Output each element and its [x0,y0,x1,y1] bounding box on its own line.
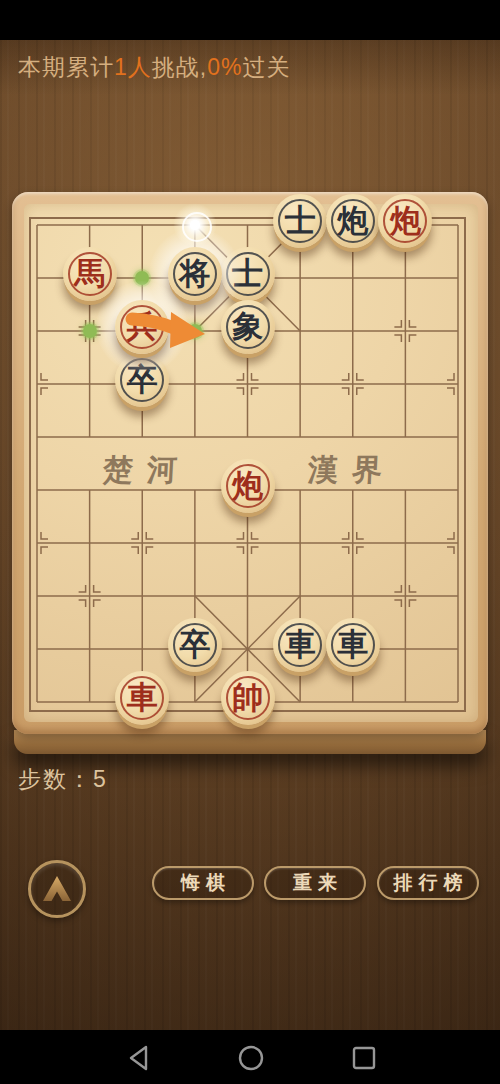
piece-character: 象 [232,311,263,342]
piece-character: 卒 [127,364,158,395]
piece-character: 卒 [179,629,210,660]
stats-text-3: 过关 [242,52,290,83]
sparkle-dot [190,220,200,230]
piece-character: 帥 [232,682,263,713]
expand-button[interactable] [28,860,86,918]
piece-車[interactable]: 車 [273,618,327,672]
undo-button[interactable]: 悔棋 [152,866,254,900]
piece-character: 車 [285,629,316,660]
android-navbar: Bai du 经验 jingyan.baidu.com [0,1030,500,1084]
piece-炮[interactable]: 炮 [326,194,380,248]
arrow-up-icon [40,873,74,905]
piece-character: 炮 [232,470,263,501]
piece-character: 士 [232,258,263,289]
piece-卒[interactable]: 卒 [115,353,169,407]
piece-卒[interactable]: 卒 [168,618,222,672]
piece-炮[interactable]: 炮 [221,459,275,513]
piece-character: 馬 [74,258,105,289]
status-bar [0,0,500,40]
piece-character: 車 [337,629,368,660]
piece-将[interactable]: 将 [168,247,222,301]
piece-character: 炮 [337,205,368,236]
stats-count: 1人 [114,52,152,83]
app-screen: 本期累计 1人 挑战, 0% 过关 楚河 漢界 士炮炮馬将士兵象卒炮卒車車車帥 … [0,0,500,1084]
piece-character: 将 [179,258,210,289]
recents-icon[interactable] [350,1044,378,1072]
stats-pass-rate: 0% [207,54,242,81]
challenge-stats-banner: 本期累计 1人 挑战, 0% 过关 [0,40,500,95]
stats-text-2: 挑战, [152,52,207,83]
stats-text: 本期累计 [18,52,114,83]
piece-character: 車 [127,682,158,713]
move-hint-dot[interactable] [83,324,97,338]
piece-車[interactable]: 車 [115,671,169,725]
move-counter: 步数：5 [18,764,108,795]
leaderboard-button[interactable]: 排行榜 [377,866,479,900]
piece-character: 炮 [390,205,421,236]
piece-兵[interactable]: 兵 [115,300,169,354]
piece-車[interactable]: 車 [326,618,380,672]
back-icon[interactable] [126,1044,154,1072]
piece-character: 兵 [127,311,158,342]
piece-馬[interactable]: 馬 [63,247,117,301]
piece-帥[interactable]: 帥 [221,671,275,725]
piece-士[interactable]: 士 [221,247,275,301]
piece-character: 士 [285,205,316,236]
move-hint-dot[interactable] [188,324,202,338]
home-icon[interactable] [237,1044,265,1072]
piece-炮[interactable]: 炮 [378,194,432,248]
restart-button[interactable]: 重来 [264,866,366,900]
piece-象[interactable]: 象 [221,300,275,354]
piece-士[interactable]: 士 [273,194,327,248]
